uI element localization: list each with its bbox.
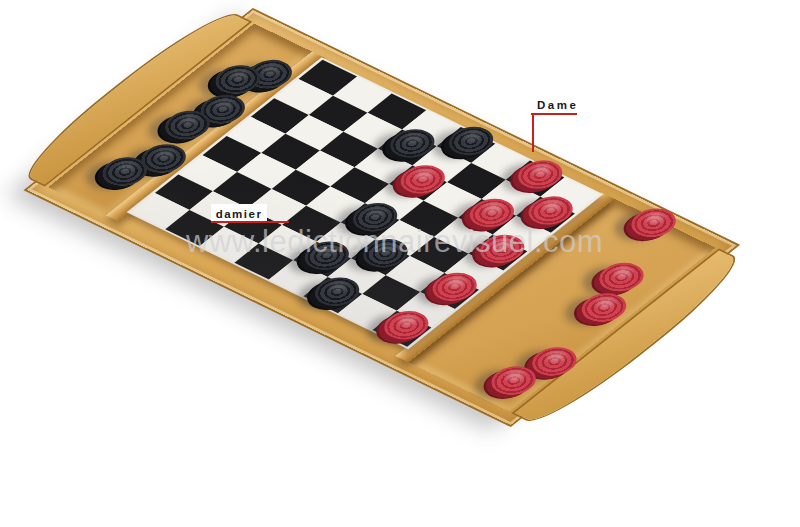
- label-damier-text: damier: [216, 208, 263, 220]
- label-dame: Dame: [537, 99, 578, 111]
- damier-label-underline: [211, 221, 289, 223]
- dame-pointer-line: [532, 114, 534, 152]
- wooden-tray: [27, 10, 737, 425]
- dame-label-underline: [531, 113, 577, 115]
- checkers-illustration: www.ledictionnairevisuel.com Dame damier: [0, 0, 800, 527]
